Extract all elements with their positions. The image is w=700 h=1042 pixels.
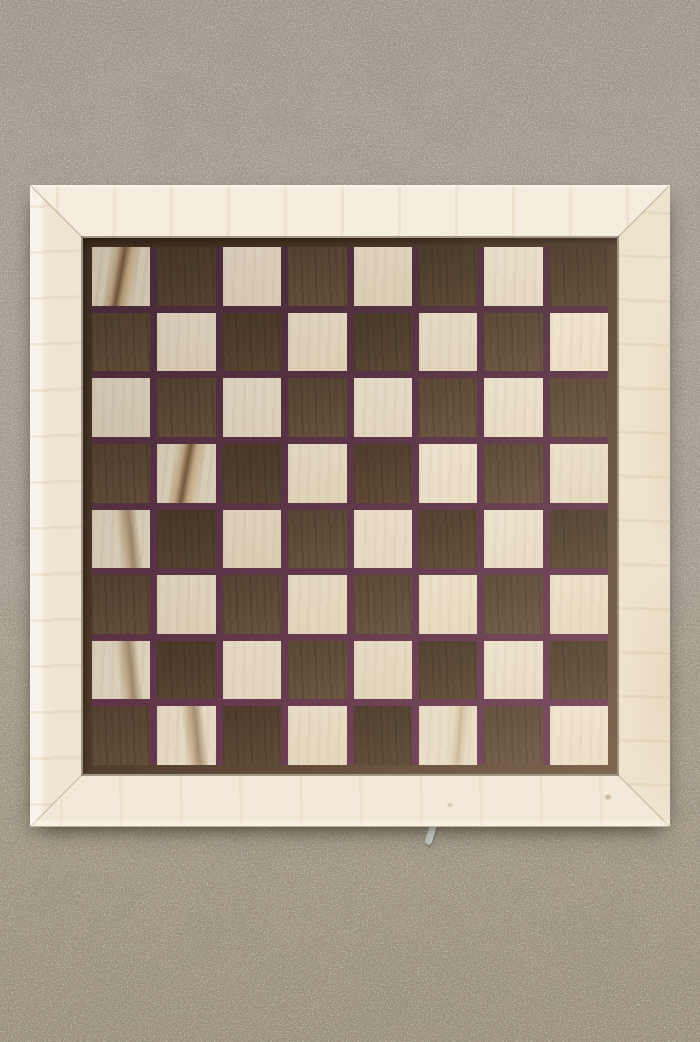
square-c4[interactable] <box>223 510 281 569</box>
square-h1[interactable] <box>550 706 608 765</box>
photo-scene <box>0 0 700 1042</box>
square-g1[interactable] <box>484 706 542 765</box>
square-c8[interactable] <box>223 247 281 306</box>
square-b2[interactable] <box>157 641 215 700</box>
square-g8[interactable] <box>484 247 542 306</box>
square-h4[interactable] <box>550 510 608 569</box>
square-e1[interactable] <box>354 706 412 765</box>
square-a7[interactable] <box>92 313 150 372</box>
square-h6[interactable] <box>550 378 608 437</box>
square-d4[interactable] <box>288 510 346 569</box>
square-f1[interactable] <box>419 706 477 765</box>
walnut-inner-border <box>83 238 617 774</box>
square-f2[interactable] <box>419 641 477 700</box>
square-b4[interactable] <box>157 510 215 569</box>
square-f8[interactable] <box>419 247 477 306</box>
square-h5[interactable] <box>550 444 608 503</box>
square-a3[interactable] <box>92 575 150 634</box>
square-a6[interactable] <box>92 378 150 437</box>
square-g3[interactable] <box>484 575 542 634</box>
square-d2[interactable] <box>288 641 346 700</box>
square-d5[interactable] <box>288 444 346 503</box>
square-d7[interactable] <box>288 313 346 372</box>
square-a8[interactable] <box>92 247 150 306</box>
square-c7[interactable] <box>223 313 281 372</box>
square-f5[interactable] <box>419 444 477 503</box>
square-b1[interactable] <box>157 706 215 765</box>
square-b8[interactable] <box>157 247 215 306</box>
square-h8[interactable] <box>550 247 608 306</box>
square-a2[interactable] <box>92 641 150 700</box>
square-e8[interactable] <box>354 247 412 306</box>
square-d1[interactable] <box>288 706 346 765</box>
square-e2[interactable] <box>354 641 412 700</box>
square-e5[interactable] <box>354 444 412 503</box>
square-c2[interactable] <box>223 641 281 700</box>
square-g4[interactable] <box>484 510 542 569</box>
square-h7[interactable] <box>550 313 608 372</box>
square-g2[interactable] <box>484 641 542 700</box>
square-g7[interactable] <box>484 313 542 372</box>
square-e7[interactable] <box>354 313 412 372</box>
square-d6[interactable] <box>288 378 346 437</box>
square-f4[interactable] <box>419 510 477 569</box>
square-b6[interactable] <box>157 378 215 437</box>
square-d8[interactable] <box>288 247 346 306</box>
square-e6[interactable] <box>354 378 412 437</box>
square-c3[interactable] <box>223 575 281 634</box>
board-grid <box>92 247 608 765</box>
square-b3[interactable] <box>157 575 215 634</box>
square-a1[interactable] <box>92 706 150 765</box>
square-h2[interactable] <box>550 641 608 700</box>
square-f3[interactable] <box>419 575 477 634</box>
square-d3[interactable] <box>288 575 346 634</box>
square-a5[interactable] <box>92 444 150 503</box>
square-g6[interactable] <box>484 378 542 437</box>
square-c5[interactable] <box>223 444 281 503</box>
square-b7[interactable] <box>157 313 215 372</box>
square-f7[interactable] <box>419 313 477 372</box>
chessboard <box>30 185 670 827</box>
square-e4[interactable] <box>354 510 412 569</box>
square-c1[interactable] <box>223 706 281 765</box>
square-g5[interactable] <box>484 444 542 503</box>
square-e3[interactable] <box>354 575 412 634</box>
square-f6[interactable] <box>419 378 477 437</box>
square-h3[interactable] <box>550 575 608 634</box>
square-b5[interactable] <box>157 444 215 503</box>
square-a4[interactable] <box>92 510 150 569</box>
square-c6[interactable] <box>223 378 281 437</box>
